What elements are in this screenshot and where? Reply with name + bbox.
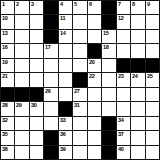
letter-cell[interactable]: 26 bbox=[44, 88, 57, 101]
letter-cell[interactable]: 39 bbox=[59, 146, 72, 159]
clue-number: 31 bbox=[74, 102, 79, 108]
clue-number: 23 bbox=[118, 73, 123, 79]
letter-cell[interactable]: 21 bbox=[1, 73, 14, 86]
clue-number: 29 bbox=[16, 102, 21, 108]
block-cell bbox=[102, 117, 115, 130]
letter-cell[interactable] bbox=[88, 15, 101, 28]
clue-number: 38 bbox=[2, 146, 7, 152]
letter-cell[interactable] bbox=[131, 146, 144, 159]
letter-cell[interactable] bbox=[117, 88, 130, 101]
clue-number: 33 bbox=[60, 117, 65, 123]
letter-cell[interactable]: 36 bbox=[59, 131, 72, 144]
letter-cell[interactable] bbox=[146, 146, 159, 159]
letter-cell[interactable]: 24 bbox=[131, 73, 144, 86]
letter-cell[interactable] bbox=[44, 117, 57, 130]
letter-cell[interactable]: 33 bbox=[59, 117, 72, 130]
letter-cell[interactable] bbox=[44, 102, 57, 115]
clue-number: 17 bbox=[45, 44, 50, 50]
letter-cell[interactable] bbox=[146, 44, 159, 57]
letter-cell[interactable] bbox=[59, 73, 72, 86]
letter-cell[interactable]: 3 bbox=[30, 1, 43, 14]
letter-cell[interactable]: 40 bbox=[117, 146, 130, 159]
clue-number: 25 bbox=[147, 73, 152, 79]
block-cell bbox=[73, 73, 86, 86]
letter-cell[interactable] bbox=[146, 30, 159, 43]
clue-number: 22 bbox=[89, 73, 94, 79]
letter-cell[interactable] bbox=[30, 73, 43, 86]
letter-cell[interactable] bbox=[73, 30, 86, 43]
block-cell bbox=[1, 88, 14, 101]
clue-number: 26 bbox=[45, 88, 50, 94]
clue-number: 35 bbox=[2, 131, 7, 137]
letter-cell[interactable]: 20 bbox=[88, 59, 101, 72]
clue-number: 1 bbox=[2, 1, 5, 7]
letter-cell[interactable] bbox=[146, 131, 159, 144]
letter-cell[interactable] bbox=[88, 117, 101, 130]
letter-cell[interactable]: 4 bbox=[59, 1, 72, 14]
letter-cell[interactable]: 37 bbox=[117, 131, 130, 144]
letter-cell[interactable] bbox=[131, 117, 144, 130]
clue-number: 24 bbox=[132, 73, 137, 79]
letter-cell[interactable] bbox=[15, 131, 28, 144]
letter-cell[interactable] bbox=[131, 15, 144, 28]
letter-cell[interactable] bbox=[88, 88, 101, 101]
letter-cell[interactable]: 14 bbox=[59, 30, 72, 43]
letter-cell[interactable] bbox=[73, 146, 86, 159]
letter-cell[interactable] bbox=[15, 146, 28, 159]
clue-number: 20 bbox=[89, 59, 94, 65]
letter-cell[interactable] bbox=[146, 88, 159, 101]
letter-cell[interactable]: 38 bbox=[1, 146, 14, 159]
letter-cell[interactable] bbox=[30, 146, 43, 159]
letter-cell[interactable] bbox=[117, 102, 130, 115]
letter-cell[interactable] bbox=[15, 117, 28, 130]
block-cell bbox=[102, 131, 115, 144]
block-cell bbox=[88, 44, 101, 57]
letter-cell[interactable]: 25 bbox=[146, 73, 159, 86]
block-cell bbox=[131, 59, 144, 72]
letter-cell[interactable] bbox=[30, 30, 43, 43]
clue-number: 12 bbox=[118, 15, 123, 21]
letter-cell[interactable]: 23 bbox=[117, 73, 130, 86]
letter-cell[interactable] bbox=[131, 131, 144, 144]
clue-number: 16 bbox=[2, 44, 7, 50]
clue-number: 7 bbox=[118, 1, 121, 7]
clue-number: 6 bbox=[89, 1, 92, 7]
letter-cell[interactable]: 28 bbox=[1, 102, 14, 115]
letter-cell[interactable] bbox=[102, 88, 115, 101]
block-cell bbox=[102, 146, 115, 159]
clue-number: 19 bbox=[2, 59, 7, 65]
block-cell bbox=[44, 30, 57, 43]
letter-cell[interactable] bbox=[15, 30, 28, 43]
letter-cell[interactable] bbox=[73, 131, 86, 144]
letter-cell[interactable]: 29 bbox=[15, 102, 28, 115]
letter-cell[interactable] bbox=[73, 59, 86, 72]
clue-number: 3 bbox=[31, 1, 34, 7]
clue-number: 9 bbox=[147, 1, 150, 7]
letter-cell[interactable]: 2 bbox=[15, 1, 28, 14]
letter-cell[interactable] bbox=[59, 88, 72, 101]
block-cell bbox=[59, 102, 72, 115]
letter-cell[interactable]: 1 bbox=[1, 1, 14, 14]
letter-cell[interactable] bbox=[59, 59, 72, 72]
clue-number: 30 bbox=[31, 102, 36, 108]
block-cell bbox=[146, 59, 159, 72]
clue-number: 28 bbox=[2, 102, 7, 108]
letter-cell[interactable] bbox=[146, 102, 159, 115]
clue-number: 34 bbox=[118, 117, 123, 123]
letter-cell[interactable]: 13 bbox=[1, 30, 14, 43]
letter-cell[interactable] bbox=[146, 117, 159, 130]
letter-cell[interactable] bbox=[117, 30, 130, 43]
letter-cell[interactable] bbox=[102, 102, 115, 115]
letter-cell[interactable]: 27 bbox=[73, 88, 86, 101]
letter-cell[interactable] bbox=[88, 146, 101, 159]
clue-number: 11 bbox=[60, 15, 65, 21]
clue-number: 10 bbox=[2, 15, 7, 21]
clue-number: 13 bbox=[2, 30, 7, 36]
letter-cell[interactable]: 35 bbox=[1, 131, 14, 144]
letter-cell[interactable]: 32 bbox=[1, 117, 14, 130]
block-cell bbox=[102, 1, 115, 14]
letter-cell[interactable]: 19 bbox=[1, 59, 14, 72]
letter-cell[interactable]: 34 bbox=[117, 117, 130, 130]
block-cell bbox=[44, 146, 57, 159]
clue-number: 32 bbox=[2, 117, 7, 123]
letter-cell[interactable]: 22 bbox=[88, 73, 101, 86]
letter-cell[interactable]: 15 bbox=[102, 30, 115, 43]
letter-cell[interactable] bbox=[131, 88, 144, 101]
letter-cell[interactable] bbox=[30, 117, 43, 130]
letter-cell[interactable]: 9 bbox=[146, 1, 159, 14]
block-cell bbox=[30, 88, 43, 101]
clue-number: 5 bbox=[74, 1, 77, 7]
clue-number: 27 bbox=[74, 88, 79, 94]
letter-cell[interactable] bbox=[15, 44, 28, 57]
letter-cell[interactable]: 18 bbox=[102, 44, 115, 57]
letter-cell[interactable] bbox=[88, 102, 101, 115]
block-cell bbox=[44, 131, 57, 144]
letter-cell[interactable] bbox=[88, 30, 101, 43]
letter-cell[interactable]: 8 bbox=[131, 1, 144, 14]
letter-cell[interactable]: 6 bbox=[88, 1, 101, 14]
clue-number: 36 bbox=[60, 131, 65, 137]
letter-cell[interactable] bbox=[15, 15, 28, 28]
letter-cell[interactable] bbox=[102, 73, 115, 86]
clue-number: 8 bbox=[132, 1, 135, 7]
letter-cell[interactable]: 11 bbox=[59, 15, 72, 28]
letter-cell[interactable] bbox=[146, 15, 159, 28]
letter-cell[interactable] bbox=[15, 73, 28, 86]
block-cell bbox=[102, 15, 115, 28]
letter-cell[interactable] bbox=[73, 117, 86, 130]
letter-cell[interactable]: 12 bbox=[117, 15, 130, 28]
clue-number: 37 bbox=[118, 131, 123, 137]
letter-cell[interactable]: 31 bbox=[73, 102, 86, 115]
clue-number: 21 bbox=[2, 73, 7, 79]
letter-cell[interactable] bbox=[30, 15, 43, 28]
letter-cell[interactable] bbox=[59, 44, 72, 57]
clue-number: 4 bbox=[60, 1, 63, 7]
letter-cell[interactable] bbox=[131, 30, 144, 43]
letter-cell[interactable] bbox=[131, 44, 144, 57]
clue-number: 2 bbox=[16, 1, 19, 7]
letter-cell[interactable] bbox=[44, 59, 57, 72]
letter-cell[interactable] bbox=[73, 15, 86, 28]
letter-cell[interactable]: 7 bbox=[117, 1, 130, 14]
letter-cell[interactable] bbox=[88, 131, 101, 144]
clue-number: 15 bbox=[103, 30, 108, 36]
clue-number: 18 bbox=[103, 44, 108, 50]
letter-cell[interactable] bbox=[30, 59, 43, 72]
letter-cell[interactable] bbox=[131, 102, 144, 115]
letter-cell[interactable] bbox=[30, 131, 43, 144]
clue-number: 14 bbox=[60, 30, 65, 36]
block-cell bbox=[44, 15, 57, 28]
block-cell bbox=[117, 59, 130, 72]
letter-cell[interactable]: 10 bbox=[1, 15, 14, 28]
letter-cell[interactable]: 30 bbox=[30, 102, 43, 115]
letter-cell[interactable] bbox=[117, 44, 130, 57]
letter-cell[interactable] bbox=[15, 59, 28, 72]
crossword-board: 1234567891011121314151617181920212223242… bbox=[0, 0, 160, 160]
block-cell bbox=[44, 1, 57, 14]
clue-number: 40 bbox=[118, 146, 123, 152]
letter-cell[interactable] bbox=[73, 44, 86, 57]
letter-cell[interactable]: 17 bbox=[44, 44, 57, 57]
clue-number: 39 bbox=[60, 146, 65, 152]
letter-cell[interactable] bbox=[44, 73, 57, 86]
block-cell bbox=[15, 88, 28, 101]
letter-cell[interactable] bbox=[102, 59, 115, 72]
letter-cell[interactable]: 5 bbox=[73, 1, 86, 14]
letter-cell[interactable] bbox=[30, 44, 43, 57]
letter-cell[interactable]: 16 bbox=[1, 44, 14, 57]
